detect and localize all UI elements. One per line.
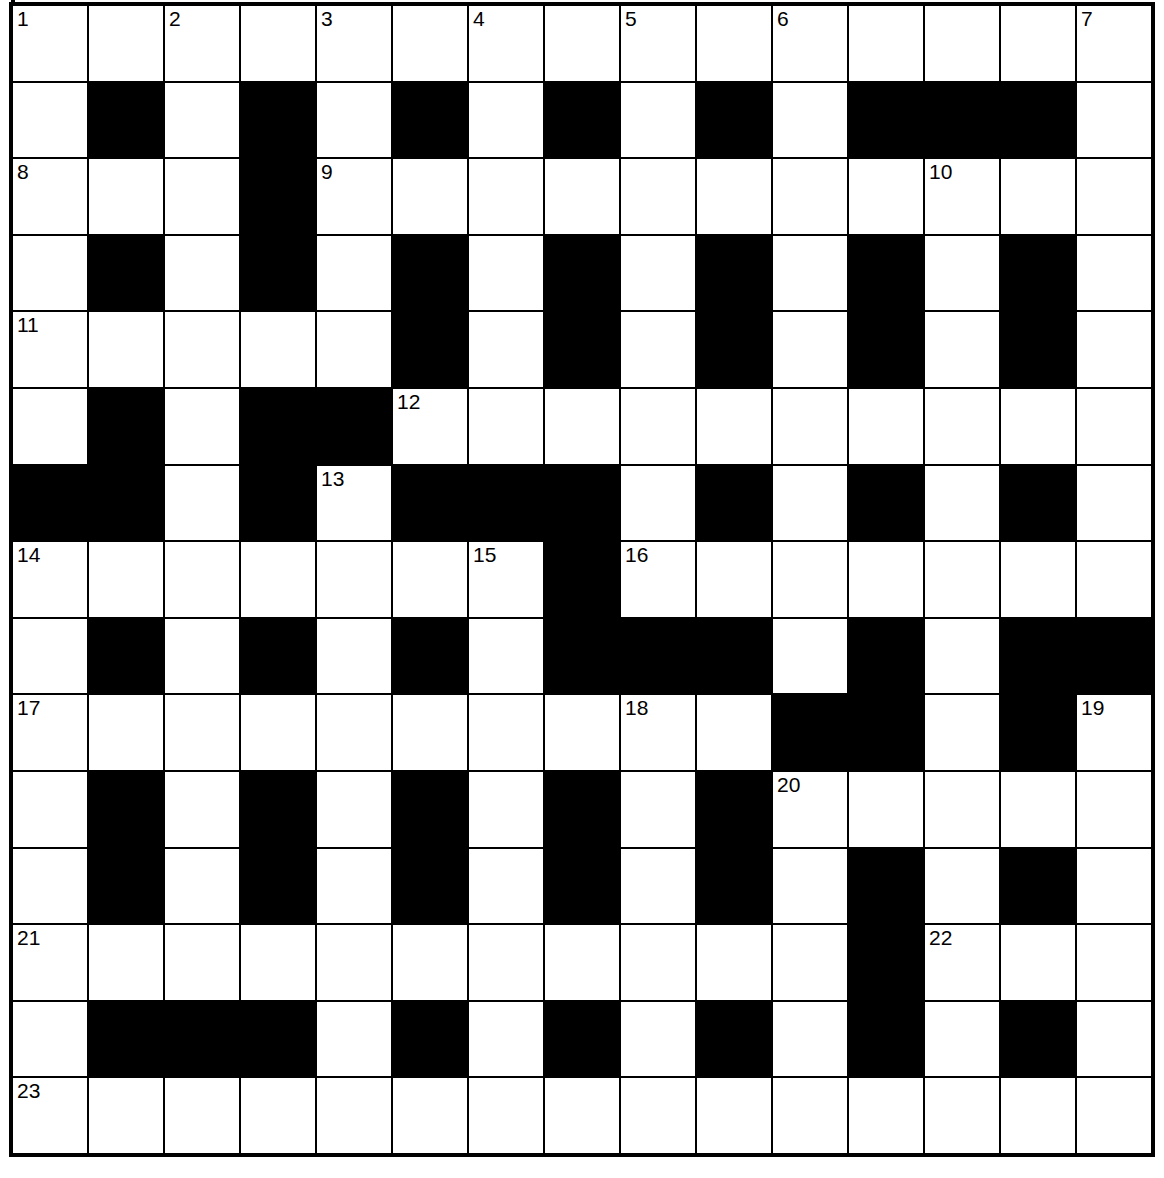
- cell-r15c11[interactable]: [772, 1077, 848, 1154]
- cell-r3c7[interactable]: [468, 158, 544, 235]
- block-r11c8: [544, 771, 620, 848]
- cell-r13c10[interactable]: [696, 924, 772, 1001]
- block-r6c4: [240, 388, 316, 465]
- cell-r7c5[interactable]: 13: [316, 465, 392, 542]
- cell-r1c14[interactable]: [1000, 5, 1076, 82]
- block-r4c8: [544, 235, 620, 312]
- cell-r11c7[interactable]: [468, 771, 544, 848]
- cell-r6c3[interactable]: [164, 388, 240, 465]
- cell-r11c11[interactable]: 20: [772, 771, 848, 848]
- cell-r9c7[interactable]: [468, 618, 544, 695]
- clue-number-17: 17: [17, 697, 40, 718]
- cell-r13c7[interactable]: [468, 924, 544, 1001]
- cell-r5c3[interactable]: [164, 311, 240, 388]
- cell-r7c3[interactable]: [164, 465, 240, 542]
- clue-number-14: 14: [17, 544, 40, 565]
- cell-r14c7[interactable]: [468, 1001, 544, 1078]
- cell-r13c2[interactable]: [88, 924, 164, 1001]
- cell-r12c5[interactable]: [316, 848, 392, 925]
- cell-r13c5[interactable]: [316, 924, 392, 1001]
- cell-r13c3[interactable]: [164, 924, 240, 1001]
- cell-r3c1[interactable]: 8: [12, 158, 88, 235]
- block-r10c12: [848, 694, 924, 771]
- cell-r10c10[interactable]: [696, 694, 772, 771]
- clue-number-6: 6: [777, 8, 789, 29]
- cell-r5c11[interactable]: [772, 311, 848, 388]
- cell-r8c3[interactable]: [164, 541, 240, 618]
- cell-r13c13[interactable]: 22: [924, 924, 1000, 1001]
- cell-r6c13[interactable]: [924, 388, 1000, 465]
- cell-r1c11[interactable]: 6: [772, 5, 848, 82]
- cell-r11c13[interactable]: [924, 771, 1000, 848]
- block-r5c12: [848, 311, 924, 388]
- cell-r11c12[interactable]: [848, 771, 924, 848]
- block-r14c10: [696, 1001, 772, 1078]
- cell-r15c12[interactable]: [848, 1077, 924, 1154]
- cell-r14c5[interactable]: [316, 1001, 392, 1078]
- cell-r2c11[interactable]: [772, 82, 848, 159]
- cell-r1c12[interactable]: [848, 5, 924, 82]
- cell-r13c4[interactable]: [240, 924, 316, 1001]
- cell-r15c4[interactable]: [240, 1077, 316, 1154]
- block-r14c4: [240, 1001, 316, 1078]
- cell-r5c9[interactable]: [620, 311, 696, 388]
- cell-r3c11[interactable]: [772, 158, 848, 235]
- cell-r6c6[interactable]: 12: [392, 388, 468, 465]
- block-r7c10: [696, 465, 772, 542]
- cell-r10c6[interactable]: [392, 694, 468, 771]
- cell-r9c1[interactable]: [12, 618, 88, 695]
- block-r14c8: [544, 1001, 620, 1078]
- cell-r5c1[interactable]: 11: [12, 311, 88, 388]
- cell-r13c8[interactable]: [544, 924, 620, 1001]
- cell-r1c2[interactable]: [88, 5, 164, 82]
- cell-r11c1[interactable]: [12, 771, 88, 848]
- block-r9c8: [544, 618, 620, 695]
- cell-r15c10[interactable]: [696, 1077, 772, 1154]
- block-r9c12: [848, 618, 924, 695]
- block-r12c10: [696, 848, 772, 925]
- block-r5c6: [392, 311, 468, 388]
- crossword-grid: 1234567891011121314151617181920212223: [9, 2, 1155, 1157]
- cell-r11c15[interactable]: [1076, 771, 1152, 848]
- clue-number-18: 18: [625, 697, 648, 718]
- cell-r8c14[interactable]: [1000, 541, 1076, 618]
- cell-r6c14[interactable]: [1000, 388, 1076, 465]
- cell-r1c3[interactable]: 2: [164, 5, 240, 82]
- block-r4c4: [240, 235, 316, 312]
- block-r12c2: [88, 848, 164, 925]
- cell-r4c11[interactable]: [772, 235, 848, 312]
- clue-number-9: 9: [321, 161, 333, 182]
- block-r6c2: [88, 388, 164, 465]
- cell-r15c8[interactable]: [544, 1077, 620, 1154]
- block-r12c6: [392, 848, 468, 925]
- cell-r7c13[interactable]: [924, 465, 1000, 542]
- cell-r12c15[interactable]: [1076, 848, 1152, 925]
- cell-r10c1[interactable]: 17: [12, 694, 88, 771]
- cell-r14c15[interactable]: [1076, 1001, 1152, 1078]
- cell-r6c7[interactable]: [468, 388, 544, 465]
- block-r9c6: [392, 618, 468, 695]
- block-r2c12: [848, 82, 924, 159]
- block-r11c10: [696, 771, 772, 848]
- cell-r15c9[interactable]: [620, 1077, 696, 1154]
- block-r7c8: [544, 465, 620, 542]
- block-r2c13: [924, 82, 1000, 159]
- cell-r4c9[interactable]: [620, 235, 696, 312]
- clue-number-2: 2: [169, 8, 181, 29]
- block-r2c6: [392, 82, 468, 159]
- block-r9c9: [620, 618, 696, 695]
- cell-r11c9[interactable]: [620, 771, 696, 848]
- cell-r10c15[interactable]: 19: [1076, 694, 1152, 771]
- cell-r2c3[interactable]: [164, 82, 240, 159]
- block-r8c8: [544, 541, 620, 618]
- cell-r6c9[interactable]: [620, 388, 696, 465]
- cell-r15c6[interactable]: [392, 1077, 468, 1154]
- block-r9c14: [1000, 618, 1076, 695]
- cell-r4c15[interactable]: [1076, 235, 1152, 312]
- cell-r2c9[interactable]: [620, 82, 696, 159]
- block-r2c10: [696, 82, 772, 159]
- cell-r9c5[interactable]: [316, 618, 392, 695]
- block-r4c2: [88, 235, 164, 312]
- cell-r12c7[interactable]: [468, 848, 544, 925]
- block-r10c14: [1000, 694, 1076, 771]
- cell-r10c8[interactable]: [544, 694, 620, 771]
- block-r4c6: [392, 235, 468, 312]
- clue-number-3: 3: [321, 8, 333, 29]
- cell-r6c1[interactable]: [12, 388, 88, 465]
- cell-r3c14[interactable]: [1000, 158, 1076, 235]
- cell-r12c13[interactable]: [924, 848, 1000, 925]
- cell-r8c11[interactable]: [772, 541, 848, 618]
- cell-r3c9[interactable]: [620, 158, 696, 235]
- cell-r9c11[interactable]: [772, 618, 848, 695]
- cell-r1c5[interactable]: 3: [316, 5, 392, 82]
- cell-r2c7[interactable]: [468, 82, 544, 159]
- block-r7c1: [12, 465, 88, 542]
- block-r5c10: [696, 311, 772, 388]
- cell-r10c7[interactable]: [468, 694, 544, 771]
- cell-r6c15[interactable]: [1076, 388, 1152, 465]
- block-r6c5: [316, 388, 392, 465]
- clue-number-13: 13: [321, 468, 344, 489]
- cell-r8c5[interactable]: [316, 541, 392, 618]
- cell-r3c10[interactable]: [696, 158, 772, 235]
- cell-r12c1[interactable]: [12, 848, 88, 925]
- block-r7c6: [392, 465, 468, 542]
- block-r5c14: [1000, 311, 1076, 388]
- cell-r2c15[interactable]: [1076, 82, 1152, 159]
- cell-r1c9[interactable]: 5: [620, 5, 696, 82]
- cell-r15c2[interactable]: [88, 1077, 164, 1154]
- cell-r1c13[interactable]: [924, 5, 1000, 82]
- cell-r1c1[interactable]: 1: [12, 5, 88, 82]
- clue-number-19: 19: [1081, 697, 1104, 718]
- cell-r4c3[interactable]: [164, 235, 240, 312]
- cell-r15c3[interactable]: [164, 1077, 240, 1154]
- block-r12c12: [848, 848, 924, 925]
- clue-number-11: 11: [17, 314, 39, 335]
- cell-r13c1[interactable]: 21: [12, 924, 88, 1001]
- cell-r4c5[interactable]: [316, 235, 392, 312]
- cell-r1c6[interactable]: [392, 5, 468, 82]
- cell-r1c15[interactable]: 7: [1076, 5, 1152, 82]
- cell-r8c10[interactable]: [696, 541, 772, 618]
- cell-r2c1[interactable]: [12, 82, 88, 159]
- block-r7c4: [240, 465, 316, 542]
- clue-number-7: 7: [1081, 8, 1093, 29]
- cell-r10c2[interactable]: [88, 694, 164, 771]
- clue-number-21: 21: [17, 927, 40, 948]
- clue-number-15: 15: [473, 544, 496, 565]
- cell-r3c3[interactable]: [164, 158, 240, 235]
- clue-number-8: 8: [17, 161, 29, 182]
- cell-r8c9[interactable]: 16: [620, 541, 696, 618]
- block-r4c14: [1000, 235, 1076, 312]
- block-r12c14: [1000, 848, 1076, 925]
- cell-r1c4[interactable]: [240, 5, 316, 82]
- cell-r5c4[interactable]: [240, 311, 316, 388]
- cell-r13c6[interactable]: [392, 924, 468, 1001]
- cell-r5c7[interactable]: [468, 311, 544, 388]
- cell-r15c5[interactable]: [316, 1077, 392, 1154]
- cell-r3c15[interactable]: [1076, 158, 1152, 235]
- cell-r8c1[interactable]: 14: [12, 541, 88, 618]
- clue-number-10: 10: [929, 161, 952, 182]
- cell-r7c11[interactable]: [772, 465, 848, 542]
- block-r7c14: [1000, 465, 1076, 542]
- cell-r3c8[interactable]: [544, 158, 620, 235]
- cell-r3c2[interactable]: [88, 158, 164, 235]
- block-r9c15: [1076, 618, 1152, 695]
- cell-r12c9[interactable]: [620, 848, 696, 925]
- block-r12c4: [240, 848, 316, 925]
- cell-r14c13[interactable]: [924, 1001, 1000, 1078]
- clue-number-20: 20: [777, 774, 800, 795]
- block-r3c4: [240, 158, 316, 235]
- cell-r13c11[interactable]: [772, 924, 848, 1001]
- cell-r5c13[interactable]: [924, 311, 1000, 388]
- cell-r1c8[interactable]: [544, 5, 620, 82]
- cell-r10c3[interactable]: [164, 694, 240, 771]
- clue-number-5: 5: [625, 8, 637, 29]
- block-r7c7: [468, 465, 544, 542]
- block-r12c8: [544, 848, 620, 925]
- cell-r1c7[interactable]: 4: [468, 5, 544, 82]
- block-r2c14: [1000, 82, 1076, 159]
- block-r7c12: [848, 465, 924, 542]
- block-r14c12: [848, 1001, 924, 1078]
- block-r11c4: [240, 771, 316, 848]
- cell-r6c11[interactable]: [772, 388, 848, 465]
- cell-r13c14[interactable]: [1000, 924, 1076, 1001]
- clue-number-16: 16: [625, 544, 648, 565]
- cell-r1c10[interactable]: [696, 5, 772, 82]
- cell-r10c13[interactable]: [924, 694, 1000, 771]
- cell-r12c11[interactable]: [772, 848, 848, 925]
- block-r2c8: [544, 82, 620, 159]
- cell-r7c9[interactable]: [620, 465, 696, 542]
- cell-r4c1[interactable]: [12, 235, 88, 312]
- cell-r3c6[interactable]: [392, 158, 468, 235]
- cell-r10c9[interactable]: 18: [620, 694, 696, 771]
- block-r13c12: [848, 924, 924, 1001]
- cell-r10c5[interactable]: [316, 694, 392, 771]
- cell-r15c13[interactable]: [924, 1077, 1000, 1154]
- cell-r11c5[interactable]: [316, 771, 392, 848]
- cell-r9c13[interactable]: [924, 618, 1000, 695]
- cell-r14c1[interactable]: [12, 1001, 88, 1078]
- block-r9c10: [696, 618, 772, 695]
- cell-r5c5[interactable]: [316, 311, 392, 388]
- block-r5c8: [544, 311, 620, 388]
- clue-number-1: 1: [17, 8, 29, 29]
- block-r9c4: [240, 618, 316, 695]
- cell-r11c14[interactable]: [1000, 771, 1076, 848]
- cell-r3c12[interactable]: [848, 158, 924, 235]
- cell-r8c13[interactable]: [924, 541, 1000, 618]
- cell-r15c7[interactable]: [468, 1077, 544, 1154]
- cell-r4c13[interactable]: [924, 235, 1000, 312]
- cell-r15c15[interactable]: [1076, 1077, 1152, 1154]
- block-r11c6: [392, 771, 468, 848]
- cell-r15c1[interactable]: 23: [12, 1077, 88, 1154]
- cell-r8c4[interactable]: [240, 541, 316, 618]
- cell-r5c2[interactable]: [88, 311, 164, 388]
- cell-r13c15[interactable]: [1076, 924, 1152, 1001]
- block-r11c2: [88, 771, 164, 848]
- cell-r3c5[interactable]: 9: [316, 158, 392, 235]
- cell-r10c4[interactable]: [240, 694, 316, 771]
- cell-r3c13[interactable]: 10: [924, 158, 1000, 235]
- cell-r14c9[interactable]: [620, 1001, 696, 1078]
- block-r10c11: [772, 694, 848, 771]
- cell-r6c12[interactable]: [848, 388, 924, 465]
- block-r14c2: [88, 1001, 164, 1078]
- cell-r8c12[interactable]: [848, 541, 924, 618]
- cell-r15c14[interactable]: [1000, 1077, 1076, 1154]
- cell-r13c9[interactable]: [620, 924, 696, 1001]
- cell-r5c15[interactable]: [1076, 311, 1152, 388]
- cell-r2c5[interactable]: [316, 82, 392, 159]
- block-r14c14: [1000, 1001, 1076, 1078]
- clue-number-4: 4: [473, 8, 485, 29]
- cell-r12c3[interactable]: [164, 848, 240, 925]
- cell-r8c7[interactable]: 15: [468, 541, 544, 618]
- cell-r6c10[interactable]: [696, 388, 772, 465]
- block-r2c2: [88, 82, 164, 159]
- cell-r11c3[interactable]: [164, 771, 240, 848]
- cell-r9c3[interactable]: [164, 618, 240, 695]
- cell-r6c8[interactable]: [544, 388, 620, 465]
- cell-r7c15[interactable]: [1076, 465, 1152, 542]
- cell-r8c2[interactable]: [88, 541, 164, 618]
- clue-number-22: 22: [929, 927, 952, 948]
- block-r14c6: [392, 1001, 468, 1078]
- clue-number-12: 12: [397, 391, 420, 412]
- block-r14c3: [164, 1001, 240, 1078]
- block-r4c10: [696, 235, 772, 312]
- block-r4c12: [848, 235, 924, 312]
- cell-r8c15[interactable]: [1076, 541, 1152, 618]
- clue-number-23: 23: [17, 1080, 40, 1101]
- cell-r4c7[interactable]: [468, 235, 544, 312]
- cell-r8c6[interactable]: [392, 541, 468, 618]
- cell-r14c11[interactable]: [772, 1001, 848, 1078]
- block-r2c4: [240, 82, 316, 159]
- block-r9c2: [88, 618, 164, 695]
- block-r7c2: [88, 465, 164, 542]
